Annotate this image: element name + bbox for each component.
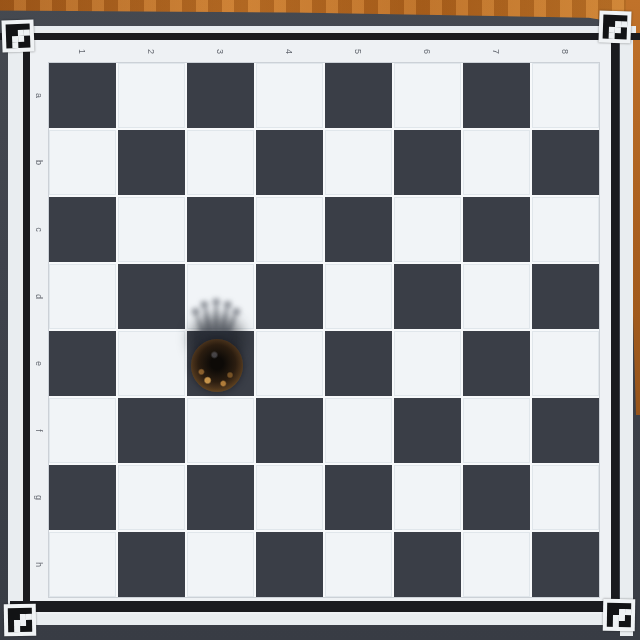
- square-d3[interactable]: [187, 264, 254, 329]
- square-e6[interactable]: [394, 331, 461, 396]
- square-f4[interactable]: [256, 398, 323, 463]
- square-f8[interactable]: [532, 398, 599, 463]
- fiducial-marker-bottom-left: [4, 604, 37, 637]
- square-d1[interactable]: [49, 264, 116, 329]
- square-e3[interactable]: [187, 331, 254, 396]
- square-h2[interactable]: [118, 532, 185, 597]
- square-b6[interactable]: [394, 130, 461, 195]
- square-h4[interactable]: [256, 532, 323, 597]
- square-a6[interactable]: [394, 63, 461, 128]
- square-c4[interactable]: [256, 197, 323, 262]
- square-h3[interactable]: [187, 532, 254, 597]
- square-h8[interactable]: [532, 532, 599, 597]
- square-b5[interactable]: [325, 130, 392, 195]
- square-a5[interactable]: [325, 63, 392, 128]
- square-h7[interactable]: [463, 532, 530, 597]
- square-c8[interactable]: [532, 197, 599, 262]
- square-f6[interactable]: [394, 398, 461, 463]
- rank-labels-top: 12345678: [48, 43, 600, 60]
- square-d2[interactable]: [118, 264, 185, 329]
- square-b3[interactable]: [187, 130, 254, 195]
- square-b7[interactable]: [463, 130, 530, 195]
- marker-bit: [621, 33, 627, 39]
- file-labels-left: abcdefgh: [31, 62, 47, 598]
- square-c2[interactable]: [118, 197, 185, 262]
- square-g8[interactable]: [532, 465, 599, 530]
- square-h6[interactable]: [394, 532, 461, 597]
- square-c6[interactable]: [394, 197, 461, 262]
- square-f5[interactable]: [325, 398, 392, 463]
- square-g4[interactable]: [256, 465, 323, 530]
- square-c7[interactable]: [463, 197, 530, 262]
- wood-table-top: [0, 0, 640, 26]
- square-a3[interactable]: [187, 63, 254, 128]
- square-c3[interactable]: [187, 197, 254, 262]
- square-a4[interactable]: [256, 63, 323, 128]
- marker-bit: [26, 626, 32, 632]
- square-c1[interactable]: [49, 197, 116, 262]
- square-e4[interactable]: [256, 331, 323, 396]
- square-b8[interactable]: [532, 130, 599, 195]
- square-d6[interactable]: [394, 264, 461, 329]
- square-e2[interactable]: [118, 331, 185, 396]
- square-f2[interactable]: [118, 398, 185, 463]
- fiducial-marker-top-right: [598, 10, 631, 43]
- frame-line-right: [611, 40, 619, 614]
- frame-band-left: [8, 26, 23, 636]
- square-h5[interactable]: [325, 532, 392, 597]
- frame-band-right: [620, 34, 633, 636]
- marker-bit: [24, 42, 30, 48]
- square-b2[interactable]: [118, 130, 185, 195]
- square-d7[interactable]: [463, 264, 530, 329]
- square-g3[interactable]: [187, 465, 254, 530]
- square-e8[interactable]: [532, 331, 599, 396]
- square-g5[interactable]: [325, 465, 392, 530]
- square-a7[interactable]: [463, 63, 530, 128]
- square-b4[interactable]: [256, 130, 323, 195]
- square-g1[interactable]: [49, 465, 116, 530]
- square-g7[interactable]: [463, 465, 530, 530]
- square-a8[interactable]: [532, 63, 599, 128]
- square-g2[interactable]: [118, 465, 185, 530]
- frame-line-bottom: [10, 601, 634, 612]
- square-a1[interactable]: [49, 63, 116, 128]
- marker-bit: [625, 621, 631, 627]
- square-d4[interactable]: [256, 264, 323, 329]
- camera-view: 12345678 abcdefgh ♛: [0, 0, 640, 640]
- square-e7[interactable]: [463, 331, 530, 396]
- frame-line-left: [23, 36, 30, 612]
- chessboard: 12345678 abcdefgh ♛: [30, 40, 612, 614]
- fiducial-marker-top-left: [1, 19, 34, 52]
- square-d5[interactable]: [325, 264, 392, 329]
- square-e1[interactable]: [49, 331, 116, 396]
- square-b1[interactable]: [49, 130, 116, 195]
- square-f1[interactable]: [49, 398, 116, 463]
- frame-line-top: [0, 33, 640, 40]
- fiducial-marker-bottom-right: [603, 599, 636, 632]
- square-a2[interactable]: [118, 63, 185, 128]
- square-f3[interactable]: [187, 398, 254, 463]
- square-e5[interactable]: [325, 331, 392, 396]
- square-h1[interactable]: [49, 532, 116, 597]
- square-d8[interactable]: [532, 264, 599, 329]
- square-c5[interactable]: [325, 197, 392, 262]
- square-g6[interactable]: [394, 465, 461, 530]
- board-grid: [48, 62, 600, 598]
- square-f7[interactable]: [463, 398, 530, 463]
